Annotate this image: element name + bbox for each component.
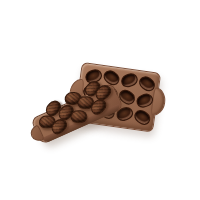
egg-cavity	[132, 107, 153, 128]
chocolate-egg	[70, 110, 87, 123]
egg-cavity	[119, 71, 139, 89]
product-photo-background	[0, 0, 200, 200]
chocolate-mold-tray-with-eggs	[30, 83, 124, 145]
